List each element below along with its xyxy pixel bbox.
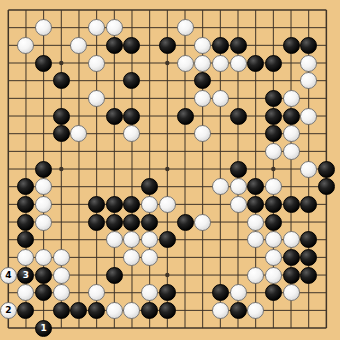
stone-black xyxy=(300,37,317,54)
stone-white xyxy=(247,214,264,231)
stone-black xyxy=(35,55,52,72)
stone-black xyxy=(212,284,229,301)
stone-white xyxy=(88,55,105,72)
stone-black xyxy=(141,214,158,231)
stone-white xyxy=(212,55,229,72)
stone-white xyxy=(53,284,70,301)
stone-black xyxy=(300,267,317,284)
move-number-label: 3 xyxy=(23,271,29,280)
stone-white xyxy=(106,231,123,248)
stone-white xyxy=(88,90,105,107)
stone-black xyxy=(35,267,52,284)
stone-black xyxy=(106,267,123,284)
stone-black xyxy=(88,302,105,319)
stone-white xyxy=(230,55,247,72)
stone-black xyxy=(283,249,300,266)
stone-black xyxy=(318,161,335,178)
stone-white xyxy=(265,178,282,195)
stone-black xyxy=(88,214,105,231)
stone-black xyxy=(106,108,123,125)
stone-white xyxy=(177,55,194,72)
stone-white xyxy=(283,143,300,160)
stone-white xyxy=(141,249,158,266)
stone-black xyxy=(159,231,176,248)
stone-white xyxy=(283,90,300,107)
move-number-label: 4 xyxy=(5,271,11,280)
stone-black xyxy=(247,55,264,72)
stone-black xyxy=(141,302,158,319)
stone-black xyxy=(106,196,123,213)
stone-black xyxy=(159,284,176,301)
stone-white xyxy=(283,125,300,142)
stone-white xyxy=(300,161,317,178)
stone-white xyxy=(35,214,52,231)
stone-white xyxy=(194,214,211,231)
stone-black xyxy=(300,249,317,266)
stone-black xyxy=(230,302,247,319)
stone-black xyxy=(159,37,176,54)
stone-black xyxy=(177,108,194,125)
stone-black xyxy=(265,90,282,107)
stone-black xyxy=(17,214,34,231)
stone-white xyxy=(141,196,158,213)
move-number-label: 2 xyxy=(5,306,11,315)
stone-black xyxy=(106,214,123,231)
stone-black xyxy=(247,196,264,213)
stone-black xyxy=(159,302,176,319)
stone-white xyxy=(283,231,300,248)
stone-black xyxy=(212,37,229,54)
stone-black xyxy=(283,37,300,54)
stone-white xyxy=(53,249,70,266)
stone-white xyxy=(106,302,123,319)
stone-white xyxy=(106,19,123,36)
stone-white xyxy=(247,302,264,319)
stone-black xyxy=(230,108,247,125)
stone-white xyxy=(194,55,211,72)
stone-white: 2 xyxy=(0,302,17,319)
stone-black xyxy=(265,214,282,231)
move-number-label: 1 xyxy=(40,324,46,333)
stone-black xyxy=(265,55,282,72)
stone-white xyxy=(230,284,247,301)
stone-black xyxy=(53,72,70,89)
stone-white xyxy=(35,196,52,213)
stone-white xyxy=(159,196,176,213)
stone-black xyxy=(53,108,70,125)
stone-black xyxy=(318,178,335,195)
stone-white xyxy=(283,284,300,301)
stone-black xyxy=(265,284,282,301)
stone-white xyxy=(265,143,282,160)
stone-white xyxy=(212,178,229,195)
stone-white xyxy=(265,249,282,266)
stone-black xyxy=(53,125,70,142)
stone-black xyxy=(123,214,140,231)
stone-black xyxy=(123,108,140,125)
stone-white xyxy=(194,90,211,107)
stone-black xyxy=(177,214,194,231)
stone-white xyxy=(300,55,317,72)
stone-black xyxy=(265,196,282,213)
stone-black xyxy=(283,108,300,125)
stone-black xyxy=(300,196,317,213)
stone-black xyxy=(106,37,123,54)
stone-white: 4 xyxy=(0,267,17,284)
stone-black: 1 xyxy=(35,320,52,337)
stone-white xyxy=(265,267,282,284)
stone-black xyxy=(283,196,300,213)
stone-white xyxy=(177,19,194,36)
stone-black xyxy=(283,267,300,284)
stone-white xyxy=(212,90,229,107)
stone-white xyxy=(230,178,247,195)
stone-white xyxy=(53,267,70,284)
stone-white xyxy=(265,231,282,248)
stone-black xyxy=(35,161,52,178)
go-board[interactable]: 4321 xyxy=(0,0,340,340)
stone-white xyxy=(300,108,317,125)
stone-black xyxy=(265,108,282,125)
stone-white xyxy=(212,302,229,319)
stone-black xyxy=(53,302,70,319)
stone-white xyxy=(230,196,247,213)
stone-white xyxy=(35,249,52,266)
stone-black xyxy=(230,37,247,54)
stone-black xyxy=(265,125,282,142)
stone-black: 3 xyxy=(17,267,34,284)
stone-white xyxy=(247,267,264,284)
stone-white xyxy=(194,37,211,54)
stone-black xyxy=(230,161,247,178)
stone-black xyxy=(88,196,105,213)
